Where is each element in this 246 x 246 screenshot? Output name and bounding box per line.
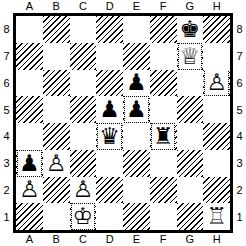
square-d6[interactable] <box>96 70 123 97</box>
square-g2[interactable] <box>177 177 204 204</box>
square-c2[interactable]: ♙ <box>70 177 97 204</box>
black-rook[interactable]: ♜ <box>151 123 176 150</box>
rank-label-3: 3 <box>0 150 13 177</box>
square-c8[interactable] <box>70 16 97 43</box>
square-g6[interactable] <box>177 70 204 97</box>
square-a1[interactable] <box>16 203 43 230</box>
square-e6[interactable]: ♟ <box>123 70 150 97</box>
square-f2[interactable] <box>150 177 177 204</box>
rank-label-5: 5 <box>233 96 246 123</box>
file-label-e: E <box>123 0 150 13</box>
square-c7[interactable] <box>70 43 97 70</box>
square-d5[interactable]: ♟ <box>96 96 123 123</box>
rank-labels-right: 87654321 <box>233 16 246 230</box>
file-label-a: A <box>16 0 43 13</box>
square-b2[interactable] <box>43 177 70 204</box>
file-label-f: F <box>150 233 177 246</box>
black-pawn[interactable]: ♟ <box>124 96 149 123</box>
rank-label-1: 1 <box>233 203 246 230</box>
square-c3[interactable] <box>70 150 97 177</box>
square-d4[interactable]: ♛ <box>96 123 123 150</box>
rank-label-8: 8 <box>0 16 13 43</box>
file-label-h: H <box>203 0 230 13</box>
file-label-a: A <box>16 233 43 246</box>
rank-label-7: 7 <box>0 43 13 70</box>
file-label-d: D <box>96 233 123 246</box>
square-g8[interactable]: ♚ <box>177 16 204 43</box>
chess-board: ♚♕♟♙♟♟♛♜♟♙♙♙♔♖ <box>13 13 233 233</box>
square-h2[interactable] <box>203 177 230 204</box>
chess-diagram: ABCDEFGH 87654321 ♚♕♟♙♟♟♛♜♟♙♙♙♔♖ 8765432… <box>0 0 246 246</box>
square-f3[interactable] <box>150 150 177 177</box>
file-label-d: D <box>96 0 123 13</box>
square-g5[interactable] <box>177 96 204 123</box>
rank-label-7: 7 <box>233 43 246 70</box>
file-label-g: G <box>177 0 204 13</box>
square-h5[interactable] <box>203 96 230 123</box>
rank-label-4: 4 <box>0 123 13 150</box>
square-a7[interactable] <box>16 43 43 70</box>
file-labels-bottom: ABCDEFGH <box>16 233 230 246</box>
square-a2[interactable]: ♙ <box>16 177 43 204</box>
square-b1[interactable] <box>43 203 70 230</box>
square-f1[interactable] <box>150 203 177 230</box>
square-a6[interactable] <box>16 70 43 97</box>
square-c6[interactable] <box>70 70 97 97</box>
black-pawn[interactable]: ♟ <box>17 150 42 177</box>
file-label-c: C <box>70 233 97 246</box>
square-h3[interactable] <box>203 150 230 177</box>
square-g4[interactable] <box>177 123 204 150</box>
square-a4[interactable] <box>16 123 43 150</box>
square-g3[interactable] <box>177 150 204 177</box>
file-label-f: F <box>150 0 177 13</box>
white-king[interactable]: ♔ <box>71 203 96 230</box>
rank-label-2: 2 <box>233 177 246 204</box>
white-pawn[interactable]: ♙ <box>204 70 229 97</box>
rank-label-8: 8 <box>233 16 246 43</box>
rank-label-1: 1 <box>0 203 13 230</box>
white-queen[interactable]: ♕ <box>178 43 203 70</box>
square-e7[interactable] <box>123 43 150 70</box>
rank-label-5: 5 <box>0 96 13 123</box>
rank-labels-left: 87654321 <box>0 16 13 230</box>
square-f6[interactable] <box>150 70 177 97</box>
square-e2[interactable] <box>123 177 150 204</box>
rank-label-3: 3 <box>233 150 246 177</box>
square-e8[interactable] <box>123 16 150 43</box>
square-e5[interactable]: ♟ <box>123 96 150 123</box>
square-h8[interactable] <box>203 16 230 43</box>
square-c5[interactable] <box>70 96 97 123</box>
white-pawn[interactable]: ♙ <box>73 177 94 202</box>
black-queen[interactable]: ♛ <box>97 123 122 150</box>
square-g1[interactable] <box>177 203 204 230</box>
square-f8[interactable] <box>150 16 177 43</box>
square-f5[interactable] <box>150 96 177 123</box>
square-c4[interactable] <box>70 123 97 150</box>
file-label-b: B <box>43 0 70 13</box>
square-a5[interactable] <box>16 96 43 123</box>
square-h4[interactable] <box>203 123 230 150</box>
square-b8[interactable] <box>43 16 70 43</box>
file-label-e: E <box>123 233 150 246</box>
square-b4[interactable] <box>43 123 70 150</box>
square-d8[interactable] <box>96 16 123 43</box>
square-b3[interactable]: ♙ <box>43 150 70 177</box>
square-g7[interactable]: ♕ <box>177 43 204 70</box>
square-f7[interactable] <box>150 43 177 70</box>
square-d2[interactable] <box>96 177 123 204</box>
white-pawn[interactable]: ♙ <box>19 177 40 202</box>
square-d3[interactable] <box>96 150 123 177</box>
black-pawn[interactable]: ♟ <box>99 97 120 122</box>
square-a3[interactable]: ♟ <box>16 150 43 177</box>
black-pawn[interactable]: ♟ <box>126 70 147 95</box>
square-e3[interactable] <box>123 150 150 177</box>
square-e1[interactable] <box>123 203 150 230</box>
square-d1[interactable] <box>96 203 123 230</box>
rank-label-6: 6 <box>0 70 13 97</box>
square-a8[interactable] <box>16 16 43 43</box>
square-f4[interactable]: ♜ <box>150 123 177 150</box>
square-h7[interactable] <box>203 43 230 70</box>
square-d7[interactable] <box>96 43 123 70</box>
white-pawn[interactable]: ♙ <box>46 151 67 176</box>
square-b5[interactable] <box>43 96 70 123</box>
white-rook[interactable]: ♖ <box>206 204 227 229</box>
square-e4[interactable] <box>123 123 150 150</box>
rank-label-2: 2 <box>0 177 13 204</box>
file-label-b: B <box>43 233 70 246</box>
black-king[interactable]: ♚ <box>180 17 201 42</box>
file-label-c: C <box>70 0 97 13</box>
file-labels-top: ABCDEFGH <box>16 0 230 13</box>
square-b6[interactable] <box>43 70 70 97</box>
rank-label-6: 6 <box>233 70 246 97</box>
rank-label-4: 4 <box>233 123 246 150</box>
square-h1[interactable]: ♖ <box>203 203 230 230</box>
square-c1[interactable]: ♔ <box>70 203 97 230</box>
file-label-h: H <box>203 233 230 246</box>
file-label-g: G <box>177 233 204 246</box>
square-b7[interactable] <box>43 43 70 70</box>
square-h6[interactable]: ♙ <box>203 70 230 97</box>
